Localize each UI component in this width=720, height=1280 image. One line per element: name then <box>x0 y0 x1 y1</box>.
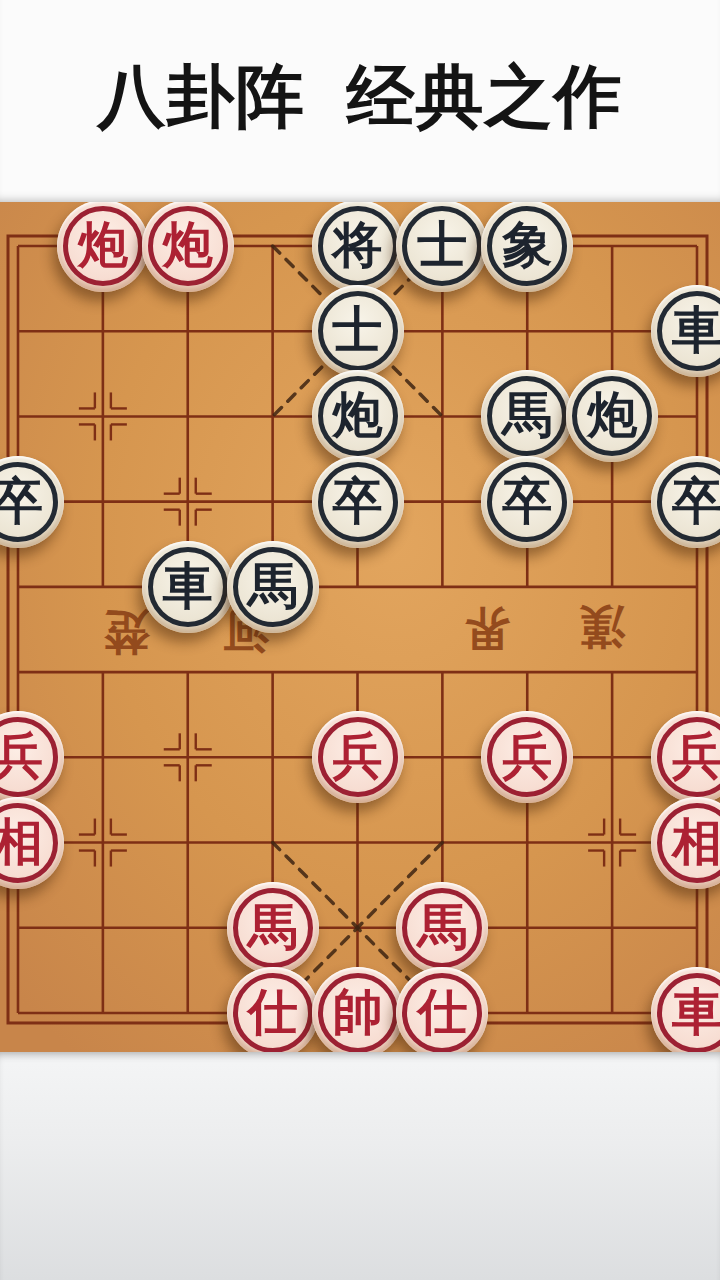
piece-red-horse-d1[interactable]: 馬 <box>227 882 319 974</box>
piece-glyph: 炮 <box>78 220 128 270</box>
piece-black-advisor-e8[interactable]: 士 <box>312 285 404 377</box>
piece-black-soldier-g6[interactable]: 卒 <box>481 456 573 548</box>
piece-black-cannon-e7[interactable]: 炮 <box>312 370 404 462</box>
piece-red-cannon-c9[interactable]: 炮 <box>142 200 234 292</box>
piece-black-cannon-h7[interactable]: 炮 <box>566 370 658 462</box>
title-bar: 八卦阵 经典之作 <box>0 0 720 202</box>
piece-red-horse-f1[interactable]: 馬 <box>396 882 488 974</box>
river-label: 楚 <box>104 610 150 656</box>
piece-red-general-e0[interactable]: 帥 <box>312 967 404 1059</box>
piece-red-soldier-g3[interactable]: 兵 <box>481 711 573 803</box>
piece-red-advisor-f0[interactable]: 仕 <box>396 967 488 1059</box>
screen: 楚河界漢炮炮将士象士車炮馬炮卒卒卒卒車馬兵兵兵兵相相馬馬仕帥仕車 八卦阵 经典之… <box>0 0 720 1280</box>
piece-glyph: 卒 <box>0 476 43 526</box>
piece-glyph: 炮 <box>163 220 213 270</box>
piece-glyph: 炮 <box>333 390 383 440</box>
piece-black-horse-d5[interactable]: 馬 <box>227 541 319 633</box>
river-label: 漢 <box>579 604 625 650</box>
piece-black-advisor-f9[interactable]: 士 <box>396 200 488 292</box>
piece-glyph: 炮 <box>587 390 637 440</box>
piece-glyph: 馬 <box>248 902 298 952</box>
piece-black-soldier-e6[interactable]: 卒 <box>312 456 404 548</box>
piece-glyph: 兵 <box>0 731 43 781</box>
piece-glyph: 卒 <box>502 476 552 526</box>
bottom-strip <box>0 1052 720 1280</box>
piece-glyph: 兵 <box>672 731 720 781</box>
piece-glyph: 車 <box>672 987 720 1037</box>
piece-glyph: 仕 <box>248 987 298 1037</box>
piece-red-soldier-e3[interactable]: 兵 <box>312 711 404 803</box>
piece-glyph: 卒 <box>672 476 720 526</box>
piece-glyph: 兵 <box>502 731 552 781</box>
piece-glyph: 帥 <box>333 987 383 1037</box>
piece-glyph: 兵 <box>333 731 383 781</box>
piece-red-advisor-d0[interactable]: 仕 <box>227 967 319 1059</box>
piece-glyph: 将 <box>333 220 383 270</box>
piece-glyph: 象 <box>502 220 552 270</box>
page-title: 八卦阵 经典之作 <box>98 52 623 143</box>
piece-glyph: 馬 <box>248 561 298 611</box>
piece-glyph: 馬 <box>502 390 552 440</box>
piece-glyph: 車 <box>672 305 720 355</box>
piece-glyph: 相 <box>0 817 43 867</box>
piece-red-cannon-b9[interactable]: 炮 <box>57 200 149 292</box>
piece-glyph: 車 <box>163 561 213 611</box>
piece-black-elephant-g9[interactable]: 象 <box>481 200 573 292</box>
piece-glyph: 士 <box>417 220 467 270</box>
piece-glyph: 卒 <box>333 476 383 526</box>
piece-glyph: 馬 <box>417 902 467 952</box>
river-label: 界 <box>464 606 510 652</box>
piece-black-chariot-c5[interactable]: 車 <box>142 541 234 633</box>
piece-glyph: 相 <box>672 817 720 867</box>
piece-glyph: 士 <box>333 305 383 355</box>
piece-glyph: 仕 <box>417 987 467 1037</box>
piece-black-general-e9[interactable]: 将 <box>312 200 404 292</box>
